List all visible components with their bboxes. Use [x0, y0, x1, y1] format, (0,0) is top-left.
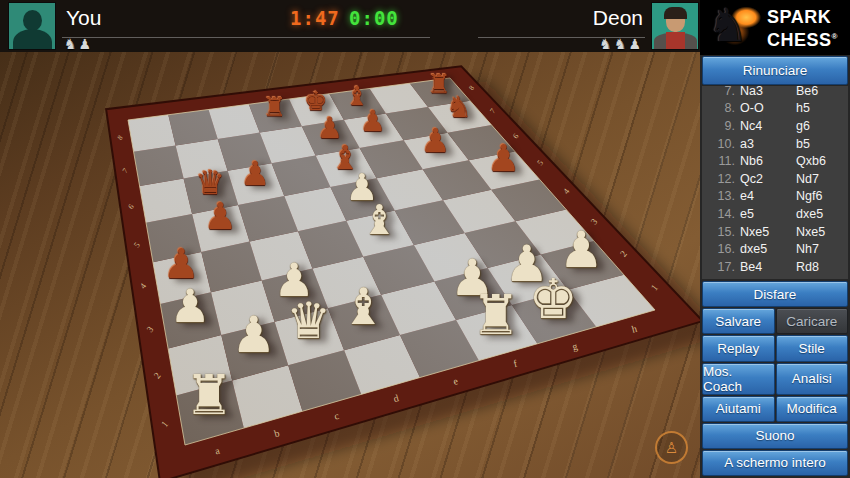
- avatar-you: [8, 2, 56, 50]
- logo-line1: SPARK: [767, 7, 838, 27]
- logo-line2: CHESS®: [767, 27, 838, 50]
- move-black: dxe5: [796, 207, 842, 221]
- captured-tray-white: ♞♟: [64, 36, 93, 52]
- piece-white-bishop-e4[interactable]: ♝: [361, 200, 398, 241]
- piece-white-rook-a1[interactable]: ♜: [185, 368, 234, 423]
- piece-white-queen-c2[interactable]: ♛: [286, 296, 331, 346]
- move-row-15: 15.Nxe5Nxe5: [708, 223, 842, 241]
- piece-black-pawn-c6[interactable]: ♟: [241, 157, 271, 190]
- avatar-silhouette-head: [23, 10, 42, 31]
- avatar-deon: [651, 2, 699, 50]
- move-number: 14.: [708, 207, 740, 221]
- move-black: Nd7: [796, 172, 842, 186]
- piece-white-bishop-d2[interactable]: ♝: [341, 282, 386, 332]
- clock-black: 0:00: [349, 7, 399, 29]
- move-row-11: 11.Nb6Qxb6: [708, 152, 842, 170]
- move-number: 13.: [708, 189, 740, 203]
- move-number: 8.: [708, 101, 740, 115]
- move-number: 15.: [708, 225, 740, 239]
- move-number: 11.: [708, 154, 740, 168]
- piece-black-pawn-g6[interactable]: ♟: [421, 124, 451, 157]
- piece-white-rook-f1[interactable]: ♜: [471, 288, 520, 343]
- move-number: 10.: [708, 137, 740, 151]
- move-black: Be6: [796, 86, 842, 98]
- knight-logo-icon: ♞: [707, 2, 748, 48]
- sidebar-buttons: Disfare Salvare Caricare Replay Stile Mo…: [700, 279, 850, 478]
- piece-white-king-g1[interactable]: ♚: [529, 272, 578, 327]
- piece-black-pawn-f7[interactable]: ♟: [360, 107, 386, 136]
- undo-button[interactable]: Disfare: [702, 281, 848, 307]
- move-white: O-O: [740, 101, 796, 115]
- player-name-white: You: [66, 6, 101, 30]
- piece-black-knight-h7[interactable]: ♞: [446, 93, 472, 122]
- coach-button[interactable]: Mos. Coach: [702, 363, 775, 395]
- move-list[interactable]: 7.Na3Be68.O-Oh59.Nc4g610.a3b511.Nb6Qxb61…: [702, 86, 848, 279]
- move-black: g6: [796, 119, 842, 133]
- move-black: Rd8: [796, 260, 842, 274]
- move-black: Ngf6: [796, 189, 842, 203]
- move-row-17: 17.Be4Rd8: [708, 258, 842, 276]
- move-row-16: 16.dxe5Nh7: [708, 240, 842, 258]
- move-number: 12.: [708, 172, 740, 186]
- help-button[interactable]: Aiutami: [702, 396, 775, 422]
- move-row-13: 13.e4Ngf6: [708, 188, 842, 206]
- move-black: Qxb6: [796, 154, 842, 168]
- piece-black-rook-d8[interactable]: ♜: [263, 94, 286, 120]
- edit-button[interactable]: Modifica: [776, 396, 849, 422]
- move-number: 7.: [708, 86, 740, 98]
- move-white: dxe5: [740, 242, 796, 256]
- move-black: Nh7: [796, 242, 842, 256]
- move-white: Be4: [740, 260, 796, 274]
- app-window: abcdefgh1122334455667788 ♜♜♚♟♛♝♟♟♟♟♟♝♟♟♟…: [0, 0, 850, 478]
- logo-text: SPARK CHESS®: [767, 7, 838, 50]
- move-row-14: 14.e5dxe5: [708, 205, 842, 223]
- replay-button[interactable]: Replay: [702, 335, 775, 361]
- clock-white: 1:47: [290, 7, 340, 29]
- move-black: b5: [796, 137, 842, 151]
- move-row-8: 8.O-Oh5: [708, 100, 842, 118]
- piece-white-pawn-b2[interactable]: ♟: [232, 310, 277, 360]
- piece-black-pawn-b5[interactable]: ♟: [204, 198, 237, 235]
- sound-button[interactable]: Suono: [702, 423, 848, 449]
- piece-white-pawn-a3[interactable]: ♟: [169, 283, 210, 329]
- move-white: a3: [740, 137, 796, 151]
- move-white: Na3: [740, 86, 796, 98]
- move-white: e4: [740, 189, 796, 203]
- hint-button[interactable]: ♙: [655, 431, 688, 464]
- piece-black-queen-b6[interactable]: ♛: [196, 165, 226, 198]
- move-white: Nb6: [740, 154, 796, 168]
- move-number: 9.: [708, 119, 740, 133]
- piece-black-pawn-h5[interactable]: ♟: [487, 140, 520, 177]
- move-white: Qc2: [740, 172, 796, 186]
- move-black: Nxe5: [796, 225, 842, 239]
- move-white: e5: [740, 207, 796, 221]
- move-black: h5: [796, 101, 842, 115]
- analysis-button[interactable]: Analisi: [776, 363, 849, 395]
- move-row-9: 9.Nc4g6: [708, 117, 842, 135]
- captured-tray-black: ♞♞♟: [555, 36, 643, 52]
- sidebar: ♞ SPARK CHESS® Rinunciare 7.Na3Be68.O-Oh…: [700, 0, 850, 478]
- player-name-black: Deon: [555, 6, 643, 30]
- move-row-10: 10.a3b5: [708, 135, 842, 153]
- save-button[interactable]: Salvare: [702, 308, 775, 334]
- move-number: 17.: [708, 260, 740, 274]
- move-white: Nxe5: [740, 225, 796, 239]
- load-button[interactable]: Caricare: [776, 308, 849, 334]
- move-white: Nc4: [740, 119, 796, 133]
- sparkchess-logo: ♞ SPARK CHESS®: [700, 0, 850, 55]
- move-row-12: 12.Qc2Nd7: [708, 170, 842, 188]
- move-row-7: 7.Na3Be6: [708, 86, 842, 100]
- player-bar: You ♞♟ 1:47 0:00 Deon ♞♞♟: [0, 0, 700, 52]
- avatar-deon-hair: [664, 7, 687, 19]
- style-button[interactable]: Stile: [776, 335, 849, 361]
- avatar-deon-shirt: [666, 32, 685, 50]
- move-number: 16.: [708, 242, 740, 256]
- resign-button[interactable]: Rinunciare: [702, 56, 848, 85]
- divider-left: [62, 37, 430, 38]
- fullscreen-button[interactable]: A schermo intero: [702, 450, 848, 476]
- avatar-silhouette-body: [13, 29, 52, 50]
